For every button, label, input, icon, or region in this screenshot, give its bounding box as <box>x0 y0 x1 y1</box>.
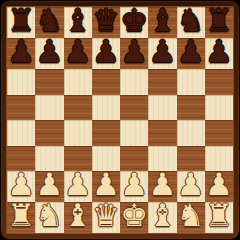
square-h4[interactable] <box>205 120 233 146</box>
piece-black-pawn[interactable]: ♟ <box>35 36 63 67</box>
piece-white-rook[interactable]: ♜ <box>7 200 35 231</box>
square-g7[interactable]: ♟ <box>177 38 205 69</box>
piece-white-pawn[interactable]: ♟ <box>64 169 92 200</box>
square-b7[interactable]: ♟ <box>35 38 63 69</box>
piece-black-rook[interactable]: ♜ <box>205 5 233 36</box>
piece-black-pawn[interactable]: ♟ <box>205 36 233 67</box>
piece-black-bishop[interactable]: ♝ <box>64 5 92 36</box>
piece-black-rook[interactable]: ♜ <box>7 5 35 36</box>
chess-board: ♜♞♝♛♚♝♞♜♟♟♟♟♟♟♟♟♟♟♟♟♟♟♟♟♜♞♝♛♚♝♞♜ <box>6 6 234 234</box>
square-g1[interactable]: ♞ <box>177 202 205 233</box>
square-e1[interactable]: ♚ <box>120 202 148 233</box>
piece-white-king[interactable]: ♚ <box>120 200 148 231</box>
piece-white-bishop[interactable]: ♝ <box>148 200 176 231</box>
square-a6[interactable] <box>7 69 35 95</box>
square-e4[interactable] <box>120 120 148 146</box>
square-a7[interactable]: ♟ <box>7 38 35 69</box>
square-d5[interactable] <box>92 95 120 121</box>
square-d4[interactable] <box>92 120 120 146</box>
piece-black-pawn[interactable]: ♟ <box>177 36 205 67</box>
piece-white-pawn[interactable]: ♟ <box>177 169 205 200</box>
piece-black-pawn[interactable]: ♟ <box>120 36 148 67</box>
square-e7[interactable]: ♟ <box>120 38 148 69</box>
piece-black-king[interactable]: ♚ <box>120 5 148 36</box>
piece-black-bishop[interactable]: ♝ <box>148 5 176 36</box>
piece-black-pawn[interactable]: ♟ <box>148 36 176 67</box>
square-a4[interactable] <box>7 120 35 146</box>
piece-black-pawn[interactable]: ♟ <box>92 36 120 67</box>
square-h6[interactable] <box>205 69 233 95</box>
square-f6[interactable] <box>148 69 176 95</box>
square-e5[interactable] <box>120 95 148 121</box>
piece-white-rook[interactable]: ♜ <box>205 200 233 231</box>
piece-black-knight[interactable]: ♞ <box>35 5 63 36</box>
square-h1[interactable]: ♜ <box>205 202 233 233</box>
square-h5[interactable] <box>205 95 233 121</box>
chess-app-screen: ♜♞♝♛♚♝♞♜♟♟♟♟♟♟♟♟♟♟♟♟♟♟♟♟♜♞♝♛♚♝♞♜ <box>0 0 240 240</box>
piece-black-knight[interactable]: ♞ <box>177 5 205 36</box>
square-a5[interactable] <box>7 95 35 121</box>
piece-black-queen[interactable]: ♛ <box>92 5 120 36</box>
square-b4[interactable] <box>35 120 63 146</box>
piece-black-pawn[interactable]: ♟ <box>7 36 35 67</box>
square-b5[interactable] <box>35 95 63 121</box>
piece-white-knight[interactable]: ♞ <box>35 200 63 231</box>
piece-white-pawn[interactable]: ♟ <box>7 169 35 200</box>
piece-white-pawn[interactable]: ♟ <box>120 169 148 200</box>
square-f1[interactable]: ♝ <box>148 202 176 233</box>
square-d7[interactable]: ♟ <box>92 38 120 69</box>
square-b6[interactable] <box>35 69 63 95</box>
square-d1[interactable]: ♛ <box>92 202 120 233</box>
square-g6[interactable] <box>177 69 205 95</box>
square-h7[interactable]: ♟ <box>205 38 233 69</box>
square-c7[interactable]: ♟ <box>64 38 92 69</box>
square-b1[interactable]: ♞ <box>35 202 63 233</box>
piece-white-pawn[interactable]: ♟ <box>148 169 176 200</box>
square-g5[interactable] <box>177 95 205 121</box>
square-a1[interactable]: ♜ <box>7 202 35 233</box>
square-e6[interactable] <box>120 69 148 95</box>
square-f7[interactable]: ♟ <box>148 38 176 69</box>
piece-white-queen[interactable]: ♛ <box>92 200 120 231</box>
square-c1[interactable]: ♝ <box>64 202 92 233</box>
piece-white-pawn[interactable]: ♟ <box>205 169 233 200</box>
piece-black-pawn[interactable]: ♟ <box>64 36 92 67</box>
square-d6[interactable] <box>92 69 120 95</box>
square-f5[interactable] <box>148 95 176 121</box>
square-g4[interactable] <box>177 120 205 146</box>
piece-white-pawn[interactable]: ♟ <box>35 169 63 200</box>
piece-white-bishop[interactable]: ♝ <box>64 200 92 231</box>
piece-white-knight[interactable]: ♞ <box>177 200 205 231</box>
square-c6[interactable] <box>64 69 92 95</box>
square-f4[interactable] <box>148 120 176 146</box>
square-c4[interactable] <box>64 120 92 146</box>
piece-white-pawn[interactable]: ♟ <box>92 169 120 200</box>
square-c5[interactable] <box>64 95 92 121</box>
